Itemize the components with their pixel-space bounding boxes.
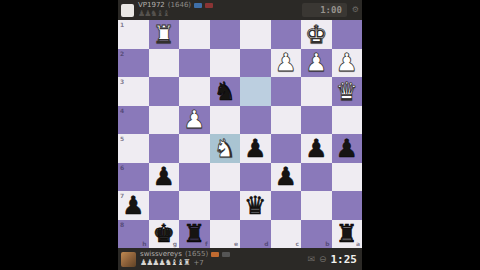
rank-label: 2: [120, 50, 124, 57]
square-h8[interactable]: 8h: [118, 220, 149, 249]
square-d5[interactable]: ♟: [240, 134, 271, 163]
black-pawn: ♟: [301, 134, 332, 163]
square-f5[interactable]: [179, 134, 210, 163]
square-a5[interactable]: ♟: [332, 134, 363, 163]
black-rook: ♜: [179, 220, 210, 249]
bottom-player-name[interactable]: swissvereys: [140, 251, 182, 258]
square-f1[interactable]: [179, 20, 210, 49]
square-h7[interactable]: 7♟: [118, 191, 149, 220]
square-d7[interactable]: ♛: [240, 191, 271, 220]
square-f3[interactable]: [179, 77, 210, 106]
square-h6[interactable]: 6: [118, 163, 149, 192]
square-c3[interactable]: [271, 77, 302, 106]
square-g3[interactable]: [149, 77, 180, 106]
square-g7[interactable]: [149, 191, 180, 220]
video-frame: { "game": "chess", "position": { "fen": …: [0, 0, 480, 270]
black-rook: ♜: [332, 220, 363, 249]
square-h3[interactable]: 3: [118, 77, 149, 106]
square-e3[interactable]: ♞: [210, 77, 241, 106]
square-e8[interactable]: e: [210, 220, 241, 249]
square-a4[interactable]: [332, 106, 363, 135]
black-knight: ♞: [210, 77, 241, 106]
square-h4[interactable]: 4: [118, 106, 149, 135]
square-d3[interactable]: [240, 77, 271, 106]
square-a3[interactable]: ♛: [332, 77, 363, 106]
square-c7[interactable]: [271, 191, 302, 220]
file-label: c: [295, 240, 299, 247]
file-label: e: [234, 240, 238, 247]
black-pawn: ♟: [271, 163, 302, 192]
bottom-player-clock: 1:25: [331, 253, 360, 266]
square-f7[interactable]: [179, 191, 210, 220]
square-b3[interactable]: [301, 77, 332, 106]
square-d6[interactable]: [240, 163, 271, 192]
square-d2[interactable]: [240, 49, 271, 78]
square-h2[interactable]: 2: [118, 49, 149, 78]
square-g1[interactable]: ♜: [149, 20, 180, 49]
rank-label: 1: [120, 21, 124, 28]
square-b4[interactable]: [301, 106, 332, 135]
material-advantage: +7: [193, 260, 203, 267]
square-b1[interactable]: ♚: [301, 20, 332, 49]
square-h5[interactable]: 5: [118, 134, 149, 163]
black-king: ♚: [149, 220, 180, 249]
square-g8[interactable]: g♚: [149, 220, 180, 249]
white-king: ♚: [301, 20, 332, 49]
title-badge-icon: [205, 3, 213, 8]
square-c2[interactable]: ♟: [271, 49, 302, 78]
black-queen: ♛: [240, 191, 271, 220]
top-player-avatar[interactable]: [121, 4, 134, 17]
top-player-bar: VP1972 (1646) ♟♟♞♝♝ 1:00 ⚙: [118, 0, 362, 20]
file-label: b: [325, 240, 329, 247]
square-b8[interactable]: b: [301, 220, 332, 249]
black-pawn: ♟: [332, 134, 363, 163]
bottom-player-rating: (1655): [185, 251, 208, 258]
square-b6[interactable]: [301, 163, 332, 192]
top-player-clock: 1:00: [302, 3, 347, 17]
white-pawn: ♟: [301, 49, 332, 78]
white-queen: ♛: [332, 77, 363, 106]
square-g2[interactable]: [149, 49, 180, 78]
top-player-name[interactable]: VP1972: [138, 2, 165, 9]
white-pawn: ♟: [271, 49, 302, 78]
square-h1[interactable]: 1: [118, 20, 149, 49]
rank-label: 8: [120, 221, 124, 228]
square-a8[interactable]: a♜: [332, 220, 363, 249]
square-a7[interactable]: [332, 191, 363, 220]
square-b5[interactable]: ♟: [301, 134, 332, 163]
square-a1[interactable]: [332, 20, 363, 49]
circled-minus-icon[interactable]: ⊖: [319, 255, 327, 264]
square-a2[interactable]: ♟: [332, 49, 363, 78]
square-f8[interactable]: f♜: [179, 220, 210, 249]
white-pawn: ♟: [179, 106, 210, 135]
square-g4[interactable]: [149, 106, 180, 135]
square-g5[interactable]: [149, 134, 180, 163]
rank-label: 6: [120, 164, 124, 171]
square-e7[interactable]: [210, 191, 241, 220]
black-pawn: ♟: [118, 191, 149, 220]
gear-icon[interactable]: ⚙: [352, 6, 359, 14]
rank-label: 4: [120, 107, 124, 114]
file-label: d: [264, 240, 268, 247]
square-c6[interactable]: ♟: [271, 163, 302, 192]
flag-icon: [194, 3, 202, 8]
square-c8[interactable]: c: [271, 220, 302, 249]
rank-label: 5: [120, 135, 124, 142]
square-e6[interactable]: [210, 163, 241, 192]
square-a6[interactable]: [332, 163, 363, 192]
rank-label: 3: [120, 78, 124, 85]
bottom-player-bar: swissvereys (1655) ♟♟♟♟♞♝♝♜ +7 ✉ ⊖ 1:25: [118, 248, 362, 270]
board: 1♜♚2♟♟♟3♞♛4♟5♞♟♟♟6♟♟7♟♛8hg♚f♜edcba♜: [118, 20, 362, 248]
white-rook: ♜: [149, 20, 180, 49]
square-b2[interactable]: ♟: [301, 49, 332, 78]
black-pawn: ♟: [240, 134, 271, 163]
top-player-info: VP1972 (1646) ♟♟♞♝♝: [138, 2, 213, 18]
square-e4[interactable]: [210, 106, 241, 135]
file-label: h: [142, 240, 146, 247]
message-icon[interactable]: ✉: [307, 255, 315, 264]
bottom-player-avatar[interactable]: [121, 252, 136, 267]
game-panel: VP1972 (1646) ♟♟♞♝♝ 1:00 ⚙ 1♜♚2♟♟♟3♞♛4♟5…: [118, 0, 362, 270]
square-c1[interactable]: [271, 20, 302, 49]
square-c4[interactable]: [271, 106, 302, 135]
white-knight: ♞: [210, 134, 241, 163]
square-c5[interactable]: [271, 134, 302, 163]
square-e5[interactable]: ♞: [210, 134, 241, 163]
square-d4[interactable]: [240, 106, 271, 135]
square-f4[interactable]: ♟: [179, 106, 210, 135]
title-badge-icon: [222, 252, 230, 257]
top-player-rating: (1646): [168, 2, 191, 9]
square-e2[interactable]: [210, 49, 241, 78]
black-pawn: ♟: [149, 163, 180, 192]
top-captured-pieces: ♟♟♞♝♝: [138, 10, 169, 18]
square-d8[interactable]: d: [240, 220, 271, 249]
square-f2[interactable]: [179, 49, 210, 78]
square-g6[interactable]: ♟: [149, 163, 180, 192]
square-f6[interactable]: [179, 163, 210, 192]
bottom-player-info: swissvereys (1655) ♟♟♟♟♞♝♝♜ +7: [140, 251, 230, 267]
white-pawn: ♟: [332, 49, 363, 78]
square-e1[interactable]: [210, 20, 241, 49]
square-b7[interactable]: [301, 191, 332, 220]
square-d1[interactable]: [240, 20, 271, 49]
flag-icon: [211, 252, 219, 257]
bottom-captured-pieces: ♟♟♟♟♞♝♝♜: [140, 259, 189, 267]
